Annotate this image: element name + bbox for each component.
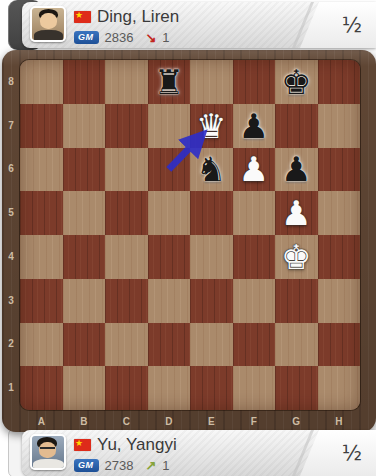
- rating-top: 2836: [105, 30, 134, 45]
- china-flag-icon: ★: [74, 11, 91, 23]
- square-a3[interactable]: [20, 279, 63, 323]
- square-g3[interactable]: [275, 279, 318, 323]
- rank-label-5: 5: [2, 207, 20, 218]
- player-bar-bottom: ★ Yu, Yangyi GM 2738 ↗ 1 ½: [22, 430, 376, 476]
- square-f1[interactable]: [233, 366, 276, 410]
- square-f5[interactable]: [233, 191, 276, 235]
- rating-trend-up-icon: ↗: [145, 458, 156, 473]
- square-g7[interactable]: [275, 104, 318, 148]
- square-c8[interactable]: [105, 60, 148, 104]
- white-pawn-g5[interactable]: ♟: [275, 191, 318, 235]
- square-h8[interactable]: [318, 60, 361, 104]
- white-pawn-f6[interactable]: ♟: [233, 148, 276, 192]
- square-g2[interactable]: [275, 323, 318, 367]
- score-wedge-bottom: [296, 430, 376, 476]
- square-e2[interactable]: [190, 323, 233, 367]
- square-e8[interactable]: [190, 60, 233, 104]
- flag-star: ★: [75, 437, 83, 449]
- rank-label-2: 2: [2, 338, 20, 349]
- player-name-top: Ding, Liren: [97, 7, 179, 27]
- rating-bottom: 2738: [105, 458, 134, 473]
- chess-board: 87654321 ♜♚♛♟♞♟♟♟♚ ABCDEFGH: [2, 50, 376, 432]
- square-c2[interactable]: [105, 323, 148, 367]
- black-knight-e6[interactable]: ♞: [190, 148, 233, 192]
- square-b5[interactable]: [63, 191, 106, 235]
- black-pawn-g6[interactable]: ♟: [275, 148, 318, 192]
- file-label-f: F: [233, 410, 276, 432]
- square-e4[interactable]: [190, 235, 233, 279]
- file-label-b: B: [63, 410, 106, 432]
- square-d1[interactable]: [148, 366, 191, 410]
- square-f3[interactable]: [233, 279, 276, 323]
- file-labels: ABCDEFGH: [20, 410, 360, 432]
- rank-label-1: 1: [2, 382, 20, 393]
- square-g1[interactable]: [275, 366, 318, 410]
- rating-trend-down-icon: ↘: [145, 30, 156, 45]
- square-c5[interactable]: [105, 191, 148, 235]
- square-c1[interactable]: [105, 366, 148, 410]
- square-f2[interactable]: [233, 323, 276, 367]
- square-b6[interactable]: [63, 148, 106, 192]
- square-f8[interactable]: [233, 60, 276, 104]
- square-e5[interactable]: [190, 191, 233, 235]
- black-rook-d8[interactable]: ♜: [148, 60, 191, 104]
- score-wedge-top: [296, 2, 376, 48]
- square-d6[interactable]: [148, 148, 191, 192]
- square-d2[interactable]: [148, 323, 191, 367]
- rank-label-4: 4: [2, 251, 20, 262]
- score-bottom: ½: [342, 430, 362, 476]
- avatar-bottom: [30, 434, 66, 470]
- square-h2[interactable]: [318, 323, 361, 367]
- white-king-g4[interactable]: ♚: [275, 235, 318, 279]
- square-b4[interactable]: [63, 235, 106, 279]
- rank-label-3: 3: [2, 295, 20, 306]
- square-b8[interactable]: [63, 60, 106, 104]
- file-label-g: G: [275, 410, 318, 432]
- square-h7[interactable]: [318, 104, 361, 148]
- square-h4[interactable]: [318, 235, 361, 279]
- score-top: ½: [342, 2, 362, 48]
- square-b2[interactable]: [63, 323, 106, 367]
- file-label-c: C: [105, 410, 148, 432]
- square-a1[interactable]: [20, 366, 63, 410]
- square-c7[interactable]: [105, 104, 148, 148]
- black-pawn-f7[interactable]: ♟: [233, 104, 276, 148]
- square-h3[interactable]: [318, 279, 361, 323]
- file-label-e: E: [190, 410, 233, 432]
- rank-label-8: 8: [2, 76, 20, 87]
- square-c6[interactable]: [105, 148, 148, 192]
- square-e1[interactable]: [190, 366, 233, 410]
- square-d3[interactable]: [148, 279, 191, 323]
- glasses-icon: [40, 447, 55, 453]
- title-badge-top: GM: [74, 31, 99, 44]
- square-h1[interactable]: [318, 366, 361, 410]
- square-a4[interactable]: [20, 235, 63, 279]
- china-flag-icon: ★: [74, 439, 91, 451]
- square-a5[interactable]: [20, 191, 63, 235]
- avatar-face: [40, 13, 57, 29]
- white-queen-e7[interactable]: ♛: [190, 104, 233, 148]
- square-d7[interactable]: [148, 104, 191, 148]
- flag-star: ★: [75, 9, 83, 21]
- rank-label-7: 7: [2, 120, 20, 131]
- rank-label-6: 6: [2, 163, 20, 174]
- avatar-body: [33, 459, 64, 470]
- square-b3[interactable]: [63, 279, 106, 323]
- title-badge-bottom: GM: [74, 459, 99, 472]
- square-f4[interactable]: [233, 235, 276, 279]
- square-b7[interactable]: [63, 104, 106, 148]
- player-bar-top: ★ Ding, Liren GM 2836 ↘ 1 ½: [22, 2, 376, 48]
- square-a8[interactable]: [20, 60, 63, 104]
- square-c4[interactable]: [105, 235, 148, 279]
- rating-change-top: 1: [162, 30, 169, 45]
- square-d4[interactable]: [148, 235, 191, 279]
- square-d5[interactable]: [148, 191, 191, 235]
- black-king-g8[interactable]: ♚: [275, 60, 318, 104]
- rating-change-bottom: 1: [162, 458, 169, 473]
- rank-labels: 87654321: [2, 60, 20, 410]
- avatar-body: [34, 30, 63, 42]
- square-h6[interactable]: [318, 148, 361, 192]
- square-a6[interactable]: [20, 148, 63, 192]
- square-b1[interactable]: [63, 366, 106, 410]
- square-e3[interactable]: [190, 279, 233, 323]
- player-name-bottom: Yu, Yangyi: [97, 435, 177, 455]
- square-a7[interactable]: [20, 104, 63, 148]
- avatar-top: [30, 6, 66, 42]
- square-h5[interactable]: [318, 191, 361, 235]
- board-play-area[interactable]: ♜♚♛♟♞♟♟♟♚: [20, 60, 360, 410]
- file-label-d: D: [148, 410, 191, 432]
- square-c3[interactable]: [105, 279, 148, 323]
- file-label-h: H: [318, 410, 361, 432]
- file-label-a: A: [20, 410, 63, 432]
- square-a2[interactable]: [20, 323, 63, 367]
